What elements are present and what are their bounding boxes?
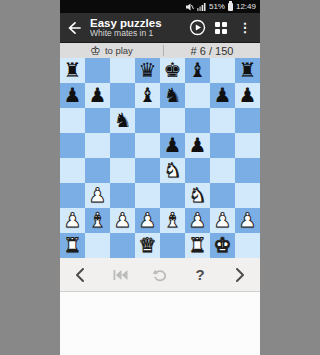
square-b3[interactable]: ♟ <box>85 183 110 208</box>
white-pawn: ♟ <box>139 208 157 233</box>
square-b8[interactable] <box>85 58 110 83</box>
black-knight: ♞ <box>114 108 132 133</box>
square-e2[interactable]: ♝ <box>160 208 185 233</box>
square-c4[interactable] <box>110 158 135 183</box>
chevron-right-icon <box>233 267 247 283</box>
chevron-left-icon <box>73 267 87 283</box>
square-b1[interactable] <box>85 233 110 258</box>
square-d5[interactable] <box>135 133 160 158</box>
puzzle-list-button[interactable] <box>212 19 230 37</box>
mute-icon <box>186 3 194 11</box>
square-b7[interactable]: ♟ <box>85 83 110 108</box>
square-d8[interactable]: ♛ <box>135 58 160 83</box>
clock: 12:49 <box>236 2 256 11</box>
square-f7[interactable] <box>185 83 210 108</box>
white-pawn: ♟ <box>239 208 257 233</box>
square-a2[interactable]: ♟ <box>60 208 85 233</box>
black-bishop: ♝ <box>139 83 157 108</box>
square-a7[interactable]: ♟ <box>60 83 85 108</box>
hint-label: ? <box>195 266 204 283</box>
square-b5[interactable] <box>85 133 110 158</box>
back-arrow-icon <box>67 21 81 35</box>
skip-to-start-button[interactable] <box>106 261 134 289</box>
square-f1[interactable]: ♜ <box>185 233 210 258</box>
header-titles: Easy puzzles White mates in 1 <box>90 17 162 39</box>
hint-button[interactable]: ? <box>186 261 214 289</box>
square-g3[interactable] <box>210 183 235 208</box>
black-pawn: ♟ <box>64 83 82 108</box>
square-a3[interactable] <box>60 183 85 208</box>
turn-label: to play <box>105 45 133 56</box>
black-queen: ♛ <box>139 58 157 83</box>
square-d2[interactable]: ♟ <box>135 208 160 233</box>
chess-board[interactable]: ♜♛♚♝♜♟♟♝♞♟♟♞♟♟♞♟♞♟♝♟♟♝♟♟♟♜♛♜♚ <box>60 58 260 258</box>
chess-puzzle-app: 51% 12:49 Easy puzzles White mates in 1 … <box>60 0 260 355</box>
black-pawn: ♟ <box>214 83 232 108</box>
square-h6[interactable] <box>235 108 260 133</box>
black-knight: ♞ <box>164 83 182 108</box>
square-f2[interactable]: ♟ <box>185 208 210 233</box>
square-a6[interactable] <box>60 108 85 133</box>
square-b2[interactable]: ♝ <box>85 208 110 233</box>
white-bishop: ♝ <box>164 208 182 233</box>
square-c7[interactable] <box>110 83 135 108</box>
square-e7[interactable]: ♞ <box>160 83 185 108</box>
square-e4[interactable]: ♞ <box>160 158 185 183</box>
square-g7[interactable]: ♟ <box>210 83 235 108</box>
black-pawn: ♟ <box>189 133 207 158</box>
square-b6[interactable] <box>85 108 110 133</box>
app-header: Easy puzzles White mates in 1 ⋮ <box>60 13 260 42</box>
square-f5[interactable]: ♟ <box>185 133 210 158</box>
white-pawn: ♟ <box>189 208 207 233</box>
black-bishop: ♝ <box>189 58 207 83</box>
status-bar: 51% 12:49 <box>60 0 260 13</box>
square-h3[interactable] <box>235 183 260 208</box>
previous-puzzle-button[interactable] <box>66 261 94 289</box>
square-g4[interactable] <box>210 158 235 183</box>
skip-to-start-icon <box>112 268 129 282</box>
square-h1[interactable] <box>235 233 260 258</box>
square-d4[interactable] <box>135 158 160 183</box>
black-rook: ♜ <box>64 58 82 83</box>
undo-icon <box>152 268 168 282</box>
square-d3[interactable] <box>135 183 160 208</box>
puzzle-toolbar: ? <box>60 258 260 292</box>
white-pawn: ♟ <box>114 208 132 233</box>
square-e5[interactable]: ♟ <box>160 133 185 158</box>
overflow-menu-button[interactable]: ⋮ <box>236 19 254 37</box>
square-c8[interactable] <box>110 58 135 83</box>
empty-bottom-area <box>60 292 260 355</box>
white-knight: ♞ <box>164 158 182 183</box>
square-g8[interactable] <box>210 58 235 83</box>
square-b4[interactable] <box>85 158 110 183</box>
white-bishop: ♝ <box>89 208 107 233</box>
back-button[interactable] <box>66 20 82 36</box>
square-f8[interactable]: ♝ <box>185 58 210 83</box>
white-pawn: ♟ <box>89 183 107 208</box>
black-pawn: ♟ <box>89 83 107 108</box>
white-pawn: ♟ <box>64 208 82 233</box>
square-a4[interactable] <box>60 158 85 183</box>
square-c1[interactable] <box>110 233 135 258</box>
white-pawn: ♟ <box>214 208 232 233</box>
square-e8[interactable]: ♚ <box>160 58 185 83</box>
autoplay-button[interactable] <box>188 19 206 37</box>
square-d7[interactable]: ♝ <box>135 83 160 108</box>
white-king-icon: ♔ <box>90 45 101 57</box>
square-h2[interactable]: ♟ <box>235 208 260 233</box>
square-g2[interactable]: ♟ <box>210 208 235 233</box>
square-e3[interactable] <box>160 183 185 208</box>
square-f4[interactable] <box>185 158 210 183</box>
white-king: ♚ <box>214 233 232 258</box>
square-c6[interactable]: ♞ <box>110 108 135 133</box>
overflow-menu-icon: ⋮ <box>239 20 252 35</box>
turn-bar: ♔ to play # 6 / 150 <box>60 42 260 58</box>
square-c5[interactable] <box>110 133 135 158</box>
white-queen: ♛ <box>139 233 157 258</box>
board-grid-icon <box>215 22 227 34</box>
square-h8[interactable]: ♜ <box>235 58 260 83</box>
square-h5[interactable] <box>235 133 260 158</box>
black-rook: ♜ <box>239 58 257 83</box>
black-pawn: ♟ <box>164 133 182 158</box>
square-c2[interactable]: ♟ <box>110 208 135 233</box>
square-g5[interactable] <box>210 133 235 158</box>
black-king: ♚ <box>164 58 182 83</box>
undo-button[interactable] <box>146 261 174 289</box>
square-c3[interactable] <box>110 183 135 208</box>
square-f3[interactable]: ♞ <box>185 183 210 208</box>
square-d6[interactable] <box>135 108 160 133</box>
square-a1[interactable]: ♜ <box>60 233 85 258</box>
square-h4[interactable] <box>235 158 260 183</box>
square-g1[interactable]: ♚ <box>210 233 235 258</box>
play-circle-icon <box>189 19 206 36</box>
turn-indicator: ♔ to play <box>60 43 163 58</box>
white-knight: ♞ <box>189 183 207 208</box>
white-rook: ♜ <box>189 233 207 258</box>
page-subtitle: White mates in 1 <box>90 29 162 38</box>
signal-icon <box>197 2 206 11</box>
next-puzzle-button[interactable] <box>226 261 254 289</box>
square-g6[interactable] <box>210 108 235 133</box>
square-e6[interactable] <box>160 108 185 133</box>
puzzle-counter: # 6 / 150 <box>164 43 260 58</box>
battery-icon <box>228 3 233 11</box>
square-a5[interactable] <box>60 133 85 158</box>
square-d1[interactable]: ♛ <box>135 233 160 258</box>
square-e1[interactable] <box>160 233 185 258</box>
square-h7[interactable]: ♟ <box>235 83 260 108</box>
white-rook: ♜ <box>64 233 82 258</box>
battery-percent: 51% <box>209 2 225 11</box>
square-a8[interactable]: ♜ <box>60 58 85 83</box>
black-pawn: ♟ <box>239 83 257 108</box>
square-f6[interactable] <box>185 108 210 133</box>
